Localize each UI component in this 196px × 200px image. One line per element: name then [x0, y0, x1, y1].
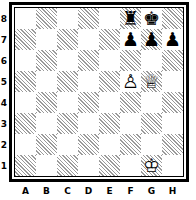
square-a6[interactable] — [15, 50, 36, 71]
black-pawn[interactable]: ♟ — [162, 29, 183, 50]
file-label-a: A — [15, 184, 36, 198]
square-a8[interactable] — [15, 8, 36, 29]
rank-label-1: 1 — [0, 155, 8, 176]
white-king[interactable]: ♔ — [141, 155, 162, 176]
file-label-g: G — [141, 184, 162, 198]
square-c8[interactable] — [57, 8, 78, 29]
square-d5[interactable] — [78, 71, 99, 92]
square-g6[interactable] — [141, 50, 162, 71]
black-pawn[interactable]: ♟ — [120, 29, 141, 50]
square-f1[interactable] — [120, 155, 141, 176]
black-rook[interactable]: ♜ — [120, 8, 141, 29]
square-e7[interactable] — [99, 29, 120, 50]
square-e3[interactable] — [99, 113, 120, 134]
square-b8[interactable] — [36, 8, 57, 29]
square-c2[interactable] — [57, 134, 78, 155]
rank-labels: 87654321 — [0, 8, 8, 176]
square-e1[interactable] — [99, 155, 120, 176]
square-f5[interactable]: ♟♙ — [120, 71, 141, 92]
square-d4[interactable] — [78, 92, 99, 113]
square-f2[interactable] — [120, 134, 141, 155]
square-f4[interactable] — [120, 92, 141, 113]
chess-board: ♜♚♟♟♟♟♙♛♕♚♔ — [14, 7, 184, 177]
square-e5[interactable] — [99, 71, 120, 92]
square-b5[interactable] — [36, 71, 57, 92]
board-frame: ♜♚♟♟♟♟♙♛♕♚♔ — [9, 2, 189, 182]
white-queen[interactable]: ♕ — [141, 71, 162, 92]
square-c7[interactable] — [57, 29, 78, 50]
square-b1[interactable] — [36, 155, 57, 176]
square-a3[interactable] — [15, 113, 36, 134]
square-d6[interactable] — [78, 50, 99, 71]
square-h6[interactable] — [162, 50, 183, 71]
file-label-b: B — [36, 184, 57, 198]
square-e8[interactable] — [99, 8, 120, 29]
square-h4[interactable] — [162, 92, 183, 113]
white-pawn[interactable]: ♙ — [120, 71, 141, 92]
file-label-e: E — [99, 184, 120, 198]
square-c5[interactable] — [57, 71, 78, 92]
rank-label-6: 6 — [0, 50, 8, 71]
square-a2[interactable] — [15, 134, 36, 155]
square-a5[interactable] — [15, 71, 36, 92]
file-label-c: C — [57, 184, 78, 198]
square-g1[interactable]: ♚♔ — [141, 155, 162, 176]
square-b7[interactable] — [36, 29, 57, 50]
square-d2[interactable] — [78, 134, 99, 155]
file-labels: ABCDEFGH — [15, 184, 183, 198]
square-h3[interactable] — [162, 113, 183, 134]
square-c3[interactable] — [57, 113, 78, 134]
square-g3[interactable] — [141, 113, 162, 134]
rank-label-3: 3 — [0, 113, 8, 134]
square-f3[interactable] — [120, 113, 141, 134]
square-e2[interactable] — [99, 134, 120, 155]
square-g7[interactable]: ♟ — [141, 29, 162, 50]
square-f8[interactable]: ♜ — [120, 8, 141, 29]
file-label-d: D — [78, 184, 99, 198]
square-h7[interactable]: ♟ — [162, 29, 183, 50]
file-label-h: H — [162, 184, 183, 198]
rank-label-8: 8 — [0, 8, 8, 29]
square-g4[interactable] — [141, 92, 162, 113]
square-b2[interactable] — [36, 134, 57, 155]
square-b3[interactable] — [36, 113, 57, 134]
square-c6[interactable] — [57, 50, 78, 71]
file-label-f: F — [120, 184, 141, 198]
square-a4[interactable] — [15, 92, 36, 113]
square-c1[interactable] — [57, 155, 78, 176]
rank-label-4: 4 — [0, 92, 8, 113]
square-a1[interactable] — [15, 155, 36, 176]
square-g8[interactable]: ♚ — [141, 8, 162, 29]
square-h2[interactable] — [162, 134, 183, 155]
square-f7[interactable]: ♟ — [120, 29, 141, 50]
square-e4[interactable] — [99, 92, 120, 113]
square-d8[interactable] — [78, 8, 99, 29]
square-g2[interactable] — [141, 134, 162, 155]
rank-label-2: 2 — [0, 134, 8, 155]
square-c4[interactable] — [57, 92, 78, 113]
square-e6[interactable] — [99, 50, 120, 71]
square-b4[interactable] — [36, 92, 57, 113]
black-king[interactable]: ♚ — [141, 8, 162, 29]
square-h8[interactable] — [162, 8, 183, 29]
square-h1[interactable] — [162, 155, 183, 176]
rank-label-7: 7 — [0, 29, 8, 50]
square-b6[interactable] — [36, 50, 57, 71]
black-pawn[interactable]: ♟ — [141, 29, 162, 50]
square-a7[interactable] — [15, 29, 36, 50]
square-d3[interactable] — [78, 113, 99, 134]
chess-diagram: 87654321 ♜♚♟♟♟♟♙♛♕♚♔ ABCDEFGH — [0, 0, 196, 200]
rank-label-5: 5 — [0, 71, 8, 92]
square-f6[interactable] — [120, 50, 141, 71]
square-h5[interactable] — [162, 71, 183, 92]
square-g5[interactable]: ♛♕ — [141, 71, 162, 92]
square-d1[interactable] — [78, 155, 99, 176]
square-d7[interactable] — [78, 29, 99, 50]
